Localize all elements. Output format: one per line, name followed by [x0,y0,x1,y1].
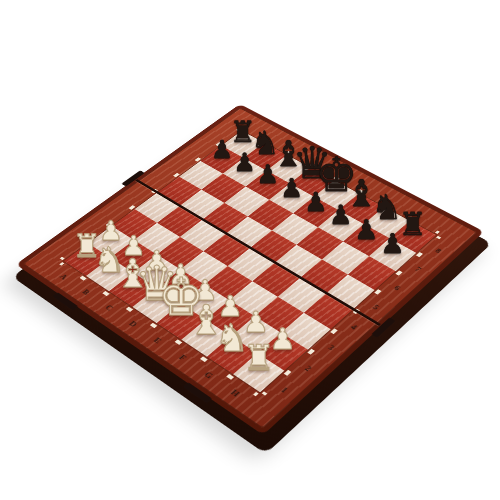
chess-board-case: A8B7C6D5E4F3G2H1 [16,104,484,435]
chess-board-grid [64,131,436,393]
product-photo-stage: A8B7C6D5E4F3G2H1 ♜♞♟♝♟♛♟♚♟♝♟♞♟♜♟♟♟♟♜♟♞♟♝… [0,0,500,500]
